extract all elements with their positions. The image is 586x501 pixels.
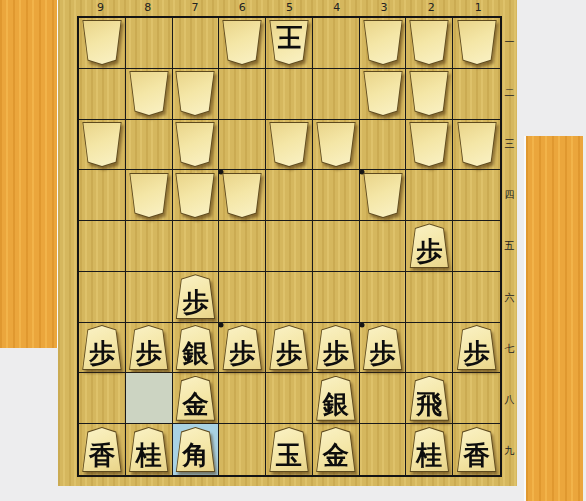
gote-rook[interactable] [129,71,169,116]
square-37[interactable]: 歩 [360,323,407,374]
koma-shape [222,20,262,65]
square-44[interactable] [313,170,360,221]
koma-shape: 歩 [269,325,309,370]
sente-knight[interactable]: 桂 [409,427,449,472]
square-62[interactable] [219,69,266,120]
rank-label-7: 七 [502,323,517,374]
sente-pawn[interactable]: 歩 [316,325,356,370]
sente-king[interactable]: 玉 [269,427,309,472]
square-65[interactable] [219,221,266,272]
koma-face: 香 [458,428,496,471]
square-46[interactable] [313,272,360,323]
koma-shape: 金 [316,427,356,472]
file-label-8: 8 [124,0,171,16]
square-86[interactable] [126,272,173,323]
sente-bishop[interactable]: 角 [175,427,215,472]
square-55[interactable] [266,221,313,272]
square-27[interactable] [406,323,453,374]
koma-face [317,123,355,166]
square-89[interactable]: 桂 [126,424,173,475]
square-87[interactable]: 歩 [126,323,173,374]
square-29[interactable]: 桂 [406,424,453,475]
square-84[interactable] [126,170,173,221]
koma-shape [363,20,403,65]
square-61[interactable] [219,18,266,69]
square-98[interactable] [79,373,126,424]
koma-face [223,174,261,217]
gote-pawn[interactable] [409,122,449,167]
file-label-9: 9 [77,0,124,16]
file-labels: 987654321 [77,0,502,16]
gote-silver[interactable] [363,20,403,65]
sente-knight[interactable]: 桂 [129,427,169,472]
koma-shape [409,122,449,167]
koma-kanji: 香 [464,442,490,471]
koma-shape [175,173,215,218]
sente-piece-stand [524,136,583,501]
rank-labels: 一二三四五六七八九 [502,16,517,477]
gote-lance[interactable] [457,20,497,65]
square-68[interactable] [219,373,266,424]
koma-face: 銀 [317,377,355,420]
koma-kanji: 歩 [416,238,442,267]
square-26[interactable] [406,272,453,323]
koma-shape [316,122,356,167]
koma-shape [363,71,403,116]
gote-silver[interactable] [175,71,215,116]
sente-rook[interactable]: 飛 [409,376,449,421]
koma-kanji: 桂 [136,442,162,471]
square-21[interactable] [406,18,453,69]
koma-kanji: 歩 [89,340,115,369]
square-11[interactable] [453,18,500,69]
koma-face [176,72,214,115]
square-38[interactable] [360,373,407,424]
koma-face: 桂 [410,428,448,471]
gote-pawn[interactable] [222,173,262,218]
koma-shape: 角 [175,427,215,472]
sente-pawn[interactable]: 歩 [82,325,122,370]
gote-pawn[interactable] [129,173,169,218]
koma-kanji: 歩 [136,340,162,369]
square-54[interactable] [266,170,313,221]
square-48[interactable]: 銀 [313,373,360,424]
koma-shape: 桂 [409,427,449,472]
koma-shape [457,122,497,167]
square-25[interactable]: 歩 [406,221,453,272]
koma-shape: 歩 [175,274,215,319]
square-33[interactable] [360,120,407,171]
sente-pawn[interactable]: 歩 [409,223,449,268]
square-97[interactable]: 歩 [79,323,126,374]
gote-pawn[interactable] [82,122,122,167]
koma-face [130,72,168,115]
sente-silver[interactable]: 銀 [316,376,356,421]
koma-face: 金 [317,428,355,471]
koma-face: 歩 [223,326,261,369]
square-52[interactable] [266,69,313,120]
square-53[interactable] [266,120,313,171]
koma-kanji: 金 [323,442,349,471]
koma-shape [82,122,122,167]
square-47[interactable]: 歩 [313,323,360,374]
square-22[interactable] [406,69,453,120]
gote-pawn[interactable] [363,173,403,218]
gote-king[interactable]: 王 [269,20,309,65]
sente-pawn[interactable]: 歩 [222,325,262,370]
koma-shape [82,20,122,65]
koma-shape: 歩 [457,325,497,370]
rank-label-4: 四 [502,170,517,221]
koma-kanji: 歩 [464,340,490,369]
koma-face: 飛 [410,377,448,420]
gote-bishop[interactable] [409,71,449,116]
koma-face: 歩 [130,326,168,369]
koma-kanji: 香 [89,442,115,471]
koma-face: 歩 [317,326,355,369]
square-35[interactable] [360,221,407,272]
koma-face [458,123,496,166]
square-92[interactable] [79,69,126,120]
square-36[interactable] [360,272,407,323]
koma-face: 歩 [176,275,214,318]
file-label-5: 5 [266,0,313,16]
koma-shape: 歩 [82,325,122,370]
file-label-3: 3 [360,0,407,16]
koma-face: 歩 [458,326,496,369]
square-76[interactable]: 歩 [173,272,220,323]
file-label-4: 4 [313,0,360,16]
shogi-app: 987654321 一二三四五六七八九 王歩歩歩歩銀歩歩歩歩歩金銀飛香桂角玉金桂… [0,0,586,501]
koma-face [270,123,308,166]
square-88[interactable] [126,373,173,424]
sente-pawn[interactable]: 歩 [129,325,169,370]
koma-shape: 金 [175,376,215,421]
sente-lance[interactable]: 香 [82,427,122,472]
sente-silver[interactable]: 銀 [175,325,215,370]
square-34[interactable] [360,170,407,221]
square-49[interactable]: 金 [313,424,360,475]
square-56[interactable] [266,272,313,323]
square-82[interactable] [126,69,173,120]
koma-shape: 歩 [129,325,169,370]
square-31[interactable] [360,18,407,69]
file-label-1: 1 [455,0,502,16]
square-99[interactable]: 香 [79,424,126,475]
sente-pawn[interactable]: 歩 [269,325,309,370]
koma-face [130,174,168,217]
square-14[interactable] [453,170,500,221]
square-12[interactable] [453,69,500,120]
koma-kanji: 王 [276,21,302,50]
koma-kanji: 歩 [229,340,255,369]
gote-knight[interactable] [175,122,215,167]
koma-shape [175,71,215,116]
square-17[interactable]: 歩 [453,323,500,374]
gote-pawn[interactable] [175,173,215,218]
koma-kanji: 銀 [182,340,208,369]
square-66[interactable] [219,272,266,323]
square-42[interactable] [313,69,360,120]
gote-piece-stand [0,0,59,348]
koma-shape: 銀 [316,376,356,421]
square-16[interactable] [453,272,500,323]
koma-shape: 香 [457,427,497,472]
koma-face [364,174,402,217]
square-69[interactable] [219,424,266,475]
koma-face [83,21,121,64]
koma-face: 歩 [364,326,402,369]
koma-face [364,21,402,64]
rank-label-6: 六 [502,272,517,323]
koma-shape: 飛 [409,376,449,421]
koma-shape [222,173,262,218]
koma-face: 玉 [270,428,308,471]
koma-shape [409,71,449,116]
koma-face [410,21,448,64]
square-64[interactable] [219,170,266,221]
sente-pawn[interactable]: 歩 [457,325,497,370]
gote-pawn[interactable] [269,122,309,167]
square-71[interactable] [173,18,220,69]
square-59[interactable]: 玉 [266,424,313,475]
square-75[interactable] [173,221,220,272]
koma-shape [269,122,309,167]
rank-label-5: 五 [502,221,517,272]
koma-kanji: 歩 [276,340,302,369]
koma-face: 桂 [130,428,168,471]
sente-pawn[interactable]: 歩 [363,325,403,370]
koma-face: 歩 [83,326,121,369]
rank-label-3: 三 [502,118,517,169]
koma-face: 王 [270,21,308,64]
koma-face [176,123,214,166]
koma-face [176,174,214,217]
square-91[interactable] [79,18,126,69]
board-grid: 王歩歩歩歩銀歩歩歩歩歩金銀飛香桂角玉金桂香 [77,16,502,477]
koma-face: 歩 [410,224,448,267]
square-93[interactable] [79,120,126,171]
square-19[interactable]: 香 [453,424,500,475]
koma-face: 歩 [270,326,308,369]
square-96[interactable] [79,272,126,323]
koma-kanji: 飛 [416,391,442,420]
square-43[interactable] [313,120,360,171]
gote-knight[interactable] [409,20,449,65]
koma-face [223,21,261,64]
koma-kanji: 歩 [370,340,396,369]
koma-shape [409,20,449,65]
gote-pawn[interactable] [316,122,356,167]
koma-shape [457,20,497,65]
koma-face [410,72,448,115]
koma-kanji: 歩 [323,340,349,369]
koma-shape [129,71,169,116]
rank-label-8: 八 [502,375,517,426]
square-72[interactable] [173,69,220,120]
square-51[interactable]: 王 [266,18,313,69]
file-label-2: 2 [408,0,455,16]
koma-shape: 歩 [409,223,449,268]
gote-gold[interactable] [222,20,262,65]
koma-kanji: 歩 [182,289,208,318]
shogi-board: 987654321 一二三四五六七八九 王歩歩歩歩銀歩歩歩歩歩金銀飛香桂角玉金桂… [58,0,517,486]
rank-label-1: 一 [502,16,517,67]
koma-face: 角 [176,428,214,471]
sente-gold[interactable]: 金 [316,427,356,472]
sente-pawn[interactable]: 歩 [175,274,215,319]
koma-shape: 歩 [363,325,403,370]
koma-shape [175,122,215,167]
square-58[interactable] [266,373,313,424]
square-39[interactable] [360,424,407,475]
square-85[interactable] [126,221,173,272]
koma-shape: 桂 [129,427,169,472]
koma-shape: 王 [269,20,309,65]
square-57[interactable]: 歩 [266,323,313,374]
square-83[interactable] [126,120,173,171]
koma-shape: 歩 [222,325,262,370]
koma-face [410,123,448,166]
koma-shape: 香 [82,427,122,472]
square-78[interactable]: 金 [173,373,220,424]
gote-gold[interactable] [363,71,403,116]
square-81[interactable] [126,18,173,69]
koma-face: 金 [176,377,214,420]
square-79[interactable]: 角 [173,424,220,475]
square-95[interactable] [79,221,126,272]
square-18[interactable] [453,373,500,424]
koma-face [364,72,402,115]
square-94[interactable] [79,170,126,221]
koma-kanji: 銀 [323,391,349,420]
square-63[interactable] [219,120,266,171]
koma-shape: 歩 [316,325,356,370]
koma-face: 香 [83,428,121,471]
sente-lance[interactable]: 香 [457,427,497,472]
square-41[interactable] [313,18,360,69]
square-13[interactable] [453,120,500,171]
rank-label-9: 九 [502,426,517,477]
square-28[interactable]: 飛 [406,373,453,424]
koma-face [83,123,121,166]
sente-gold[interactable]: 金 [175,376,215,421]
square-32[interactable] [360,69,407,120]
gote-lance[interactable] [82,20,122,65]
square-24[interactable] [406,170,453,221]
koma-shape [129,173,169,218]
koma-face [458,21,496,64]
koma-shape: 玉 [269,427,309,472]
square-74[interactable] [173,170,220,221]
square-23[interactable] [406,120,453,171]
koma-kanji: 桂 [416,442,442,471]
file-label-7: 7 [171,0,218,16]
koma-kanji: 角 [182,442,208,471]
square-73[interactable] [173,120,220,171]
koma-shape [363,173,403,218]
koma-face: 銀 [176,326,214,369]
square-15[interactable] [453,221,500,272]
koma-kanji: 金 [182,391,208,420]
file-label-6: 6 [219,0,266,16]
rank-label-2: 二 [502,67,517,118]
square-45[interactable] [313,221,360,272]
koma-shape: 銀 [175,325,215,370]
koma-kanji: 玉 [276,442,302,471]
square-67[interactable]: 歩 [219,323,266,374]
square-77[interactable]: 銀 [173,323,220,374]
gote-pawn[interactable] [457,122,497,167]
